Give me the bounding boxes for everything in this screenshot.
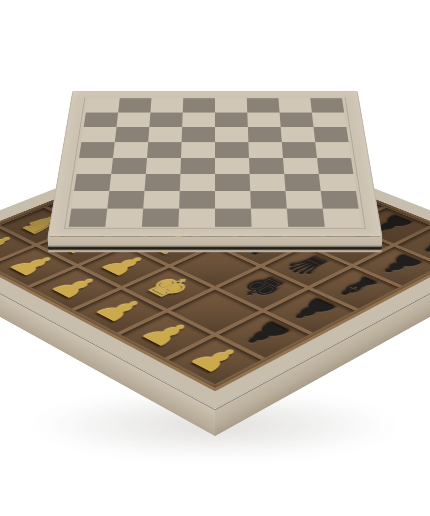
tray-compartment bbox=[171, 289, 259, 332]
board-square bbox=[81, 127, 116, 142]
tray-compartment: ♟ bbox=[120, 312, 211, 357]
black-pawn-piece: ♟ bbox=[231, 317, 301, 352]
board-square bbox=[74, 174, 111, 191]
chess-set-photo: ♟♞♟♟♟♟♟♜♞♝♟♞♜♜♛♝♝♛♜♚♟♞♝♟♚♟♟♟♟♟♟♟ bbox=[0, 0, 430, 516]
gold-pawn-piece: ♟ bbox=[42, 271, 110, 303]
board-square bbox=[179, 191, 215, 208]
gold-pawn-piece: ♟ bbox=[92, 250, 158, 280]
tray-compartment: ♟ bbox=[168, 336, 261, 384]
board-square bbox=[319, 174, 356, 191]
board-square bbox=[284, 174, 321, 191]
board-square bbox=[180, 158, 215, 174]
board-square bbox=[215, 191, 251, 208]
board-square bbox=[314, 127, 349, 142]
tray-compartment: ♟ bbox=[356, 247, 430, 286]
board-square bbox=[285, 191, 322, 208]
board-square bbox=[149, 113, 182, 128]
board-square bbox=[215, 209, 252, 227]
board-square bbox=[79, 142, 115, 158]
board-square bbox=[321, 191, 359, 208]
tray-compartment: ♝ bbox=[312, 267, 398, 308]
board-square bbox=[109, 174, 146, 191]
board-square bbox=[247, 98, 280, 112]
board-square bbox=[182, 127, 215, 142]
board-square bbox=[279, 98, 312, 112]
board-square bbox=[115, 127, 150, 142]
black-king-piece: ♚ bbox=[230, 271, 296, 303]
tray-compartment: ♟ bbox=[219, 312, 310, 357]
board-square bbox=[287, 209, 325, 227]
board-square bbox=[251, 209, 288, 227]
board-square bbox=[148, 127, 182, 142]
board-square bbox=[310, 98, 344, 112]
chess-board-lid bbox=[48, 91, 383, 237]
board-square bbox=[317, 158, 353, 174]
board-square bbox=[147, 142, 182, 158]
lid-front-edge bbox=[48, 237, 383, 253]
chess-board-surface bbox=[48, 91, 383, 237]
tray-compartment: ♟ bbox=[31, 267, 117, 308]
tray-compartment: ♚ bbox=[125, 267, 211, 308]
board-square bbox=[178, 209, 215, 227]
tray-compartment: ♟ bbox=[81, 247, 165, 286]
board-square bbox=[280, 113, 314, 128]
board-square bbox=[183, 98, 215, 112]
black-queen-piece: ♛ bbox=[275, 250, 339, 280]
gold-king-piece: ♚ bbox=[136, 271, 203, 303]
board-square bbox=[312, 113, 346, 128]
gold-pawn-piece: ♟ bbox=[86, 293, 155, 326]
board-square bbox=[323, 209, 362, 227]
black-pawn-piece: ♟ bbox=[367, 250, 430, 280]
board-square bbox=[150, 98, 183, 112]
board-square bbox=[113, 142, 148, 158]
board-square bbox=[215, 98, 247, 112]
board-square bbox=[84, 113, 118, 128]
board-inner-frame bbox=[64, 97, 366, 229]
board-square bbox=[215, 113, 248, 128]
board-square bbox=[118, 98, 151, 112]
board-square bbox=[143, 191, 180, 208]
board-square bbox=[77, 158, 113, 174]
black-pawn-piece: ♟ bbox=[408, 230, 430, 259]
board-square bbox=[107, 191, 144, 208]
board-square bbox=[86, 98, 120, 112]
gold-pawn-piece: ♟ bbox=[0, 250, 66, 280]
board-square bbox=[105, 209, 143, 227]
board-square bbox=[283, 158, 319, 174]
board-square bbox=[250, 174, 286, 191]
board-square bbox=[215, 127, 248, 142]
gold-pawn-piece: ♟ bbox=[180, 341, 252, 378]
board-square bbox=[182, 113, 215, 128]
tray-compartment: ♟ bbox=[0, 247, 74, 286]
board-square bbox=[69, 209, 108, 227]
board-square bbox=[215, 158, 250, 174]
tray-compartment: ♟ bbox=[75, 289, 163, 332]
black-bishop-piece: ♝ bbox=[324, 271, 390, 303]
board-square bbox=[315, 142, 351, 158]
board-square bbox=[215, 142, 249, 158]
tray-compartment: ♚ bbox=[219, 267, 305, 308]
tray-compartment bbox=[173, 247, 257, 286]
board-square bbox=[282, 142, 317, 158]
board-square bbox=[71, 191, 109, 208]
black-pawn-piece: ♟ bbox=[278, 293, 346, 326]
tray-compartment: ♟ bbox=[267, 289, 355, 332]
board-square bbox=[146, 158, 181, 174]
chess-board bbox=[69, 98, 362, 226]
board-square bbox=[281, 127, 316, 142]
board-square bbox=[250, 191, 287, 208]
gold-pawn-piece: ♟ bbox=[132, 317, 202, 352]
board-square bbox=[145, 174, 181, 191]
board-square bbox=[180, 174, 215, 191]
board-square bbox=[247, 113, 280, 128]
board-square bbox=[249, 158, 284, 174]
board-square bbox=[116, 113, 150, 128]
board-square bbox=[181, 142, 215, 158]
board-square bbox=[248, 127, 282, 142]
tray-compartment: ♛ bbox=[264, 247, 348, 286]
board-square bbox=[142, 209, 179, 227]
board-square bbox=[248, 142, 283, 158]
board-square bbox=[215, 174, 250, 191]
board-square bbox=[111, 158, 147, 174]
